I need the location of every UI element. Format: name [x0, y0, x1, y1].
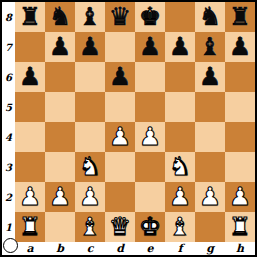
square-f1[interactable]: ♝	[165, 212, 195, 242]
black-knight[interactable]: ♞	[195, 2, 225, 32]
square-e8[interactable]: ♚	[135, 2, 165, 32]
white-king[interactable]: ♚	[135, 212, 165, 242]
square-c1[interactable]: ♝	[75, 212, 105, 242]
square-a8[interactable]: ♜	[15, 2, 45, 32]
square-b4[interactable]	[45, 122, 75, 152]
square-c8[interactable]: ♝	[75, 2, 105, 32]
square-h3[interactable]	[225, 152, 255, 182]
square-c7[interactable]: ♟	[75, 32, 105, 62]
square-h8[interactable]: ♜	[225, 2, 255, 32]
square-d3[interactable]	[105, 152, 135, 182]
white-rook[interactable]: ♜	[15, 212, 45, 242]
rank-label-8: 8	[2, 2, 15, 32]
white-pawn[interactable]: ♟	[195, 182, 225, 212]
square-g6[interactable]: ♟	[195, 62, 225, 92]
black-pawn[interactable]: ♟	[135, 32, 165, 62]
square-e6[interactable]	[135, 62, 165, 92]
white-pawn[interactable]: ♟	[75, 182, 105, 212]
black-king[interactable]: ♚	[135, 2, 165, 32]
square-d1[interactable]: ♛	[105, 212, 135, 242]
white-pawn[interactable]: ♟	[135, 122, 165, 152]
black-pawn[interactable]: ♟	[225, 32, 255, 62]
chess-diagram: 87654321 ♜♞♝♛♚♞♜♟♟♟♟♝♟♟♟♟♟♟♞♞♟♟♟♟♟♟♜♝♛♚♝…	[0, 0, 257, 257]
square-d8[interactable]: ♛	[105, 2, 135, 32]
square-b5[interactable]	[45, 92, 75, 122]
file-label-g: g	[195, 242, 225, 255]
square-a7[interactable]	[15, 32, 45, 62]
file-labels: abcdefgh	[15, 242, 255, 255]
white-bishop[interactable]: ♝	[75, 212, 105, 242]
square-e7[interactable]: ♟	[135, 32, 165, 62]
square-h2[interactable]: ♟	[225, 182, 255, 212]
white-pawn[interactable]: ♟	[45, 182, 75, 212]
black-pawn[interactable]: ♟	[165, 32, 195, 62]
square-b3[interactable]	[45, 152, 75, 182]
rank-label-2: 2	[2, 182, 15, 212]
file-label-h: h	[225, 242, 255, 255]
square-e1[interactable]: ♚	[135, 212, 165, 242]
black-rook[interactable]: ♜	[225, 2, 255, 32]
square-g2[interactable]: ♟	[195, 182, 225, 212]
rank-label-4: 4	[2, 122, 15, 152]
square-d6[interactable]: ♟	[105, 62, 135, 92]
square-b2[interactable]: ♟	[45, 182, 75, 212]
square-f7[interactable]: ♟	[165, 32, 195, 62]
square-f8[interactable]	[165, 2, 195, 32]
square-e4[interactable]: ♟	[135, 122, 165, 152]
file-label-d: d	[105, 242, 135, 255]
square-h7[interactable]: ♟	[225, 32, 255, 62]
white-rook[interactable]: ♜	[225, 212, 255, 242]
square-a2[interactable]: ♟	[15, 182, 45, 212]
chess-board: ♜♞♝♛♚♞♜♟♟♟♟♝♟♟♟♟♟♟♞♞♟♟♟♟♟♟♜♝♛♚♝♜	[15, 2, 255, 242]
black-pawn[interactable]: ♟	[15, 62, 45, 92]
white-pawn[interactable]: ♟	[15, 182, 45, 212]
black-pawn[interactable]: ♟	[75, 32, 105, 62]
square-g3[interactable]	[195, 152, 225, 182]
white-pawn[interactable]: ♟	[165, 182, 195, 212]
square-e5[interactable]	[135, 92, 165, 122]
square-c3[interactable]: ♞	[75, 152, 105, 182]
rank-labels: 87654321	[2, 2, 15, 242]
square-d4[interactable]: ♟	[105, 122, 135, 152]
square-f3[interactable]: ♞	[165, 152, 195, 182]
square-a1[interactable]: ♜	[15, 212, 45, 242]
white-pawn[interactable]: ♟	[105, 122, 135, 152]
square-c2[interactable]: ♟	[75, 182, 105, 212]
square-d7[interactable]	[105, 32, 135, 62]
square-a4[interactable]	[15, 122, 45, 152]
square-c5[interactable]	[75, 92, 105, 122]
rank-label-6: 6	[2, 62, 15, 92]
square-g4[interactable]	[195, 122, 225, 152]
square-d5[interactable]	[105, 92, 135, 122]
square-g1[interactable]	[195, 212, 225, 242]
black-bishop[interactable]: ♝	[75, 2, 105, 32]
square-b1[interactable]	[45, 212, 75, 242]
rank-label-3: 3	[2, 152, 15, 182]
square-c4[interactable]	[75, 122, 105, 152]
black-rook[interactable]: ♜	[15, 2, 45, 32]
square-f2[interactable]: ♟	[165, 182, 195, 212]
square-g5[interactable]	[195, 92, 225, 122]
square-a3[interactable]	[15, 152, 45, 182]
square-g7[interactable]: ♝	[195, 32, 225, 62]
white-to-move-indicator	[3, 238, 18, 253]
file-label-a: a	[15, 242, 45, 255]
square-h5[interactable]	[225, 92, 255, 122]
rank-label-7: 7	[2, 32, 15, 62]
file-label-c: c	[75, 242, 105, 255]
black-bishop[interactable]: ♝	[195, 32, 225, 62]
white-bishop[interactable]: ♝	[165, 212, 195, 242]
square-b6[interactable]	[45, 62, 75, 92]
white-queen[interactable]: ♛	[105, 212, 135, 242]
white-knight[interactable]: ♞	[75, 152, 105, 182]
file-label-e: e	[135, 242, 165, 255]
black-pawn[interactable]: ♟	[45, 32, 75, 62]
black-knight[interactable]: ♞	[45, 2, 75, 32]
square-b8[interactable]: ♞	[45, 2, 75, 32]
square-d2[interactable]	[105, 182, 135, 212]
file-label-f: f	[165, 242, 195, 255]
square-b7[interactable]: ♟	[45, 32, 75, 62]
black-pawn[interactable]: ♟	[195, 62, 225, 92]
black-queen[interactable]: ♛	[105, 2, 135, 32]
rank-label-5: 5	[2, 92, 15, 122]
square-f6[interactable]	[165, 62, 195, 92]
white-pawn[interactable]: ♟	[225, 182, 255, 212]
square-f4[interactable]	[165, 122, 195, 152]
square-g8[interactable]: ♞	[195, 2, 225, 32]
black-pawn[interactable]: ♟	[105, 62, 135, 92]
square-f5[interactable]	[165, 92, 195, 122]
square-a6[interactable]: ♟	[15, 62, 45, 92]
square-a5[interactable]	[15, 92, 45, 122]
square-e3[interactable]	[135, 152, 165, 182]
square-c6[interactable]	[75, 62, 105, 92]
square-h4[interactable]	[225, 122, 255, 152]
square-h1[interactable]: ♜	[225, 212, 255, 242]
white-knight[interactable]: ♞	[165, 152, 195, 182]
square-e2[interactable]	[135, 182, 165, 212]
square-h6[interactable]	[225, 62, 255, 92]
file-label-b: b	[45, 242, 75, 255]
